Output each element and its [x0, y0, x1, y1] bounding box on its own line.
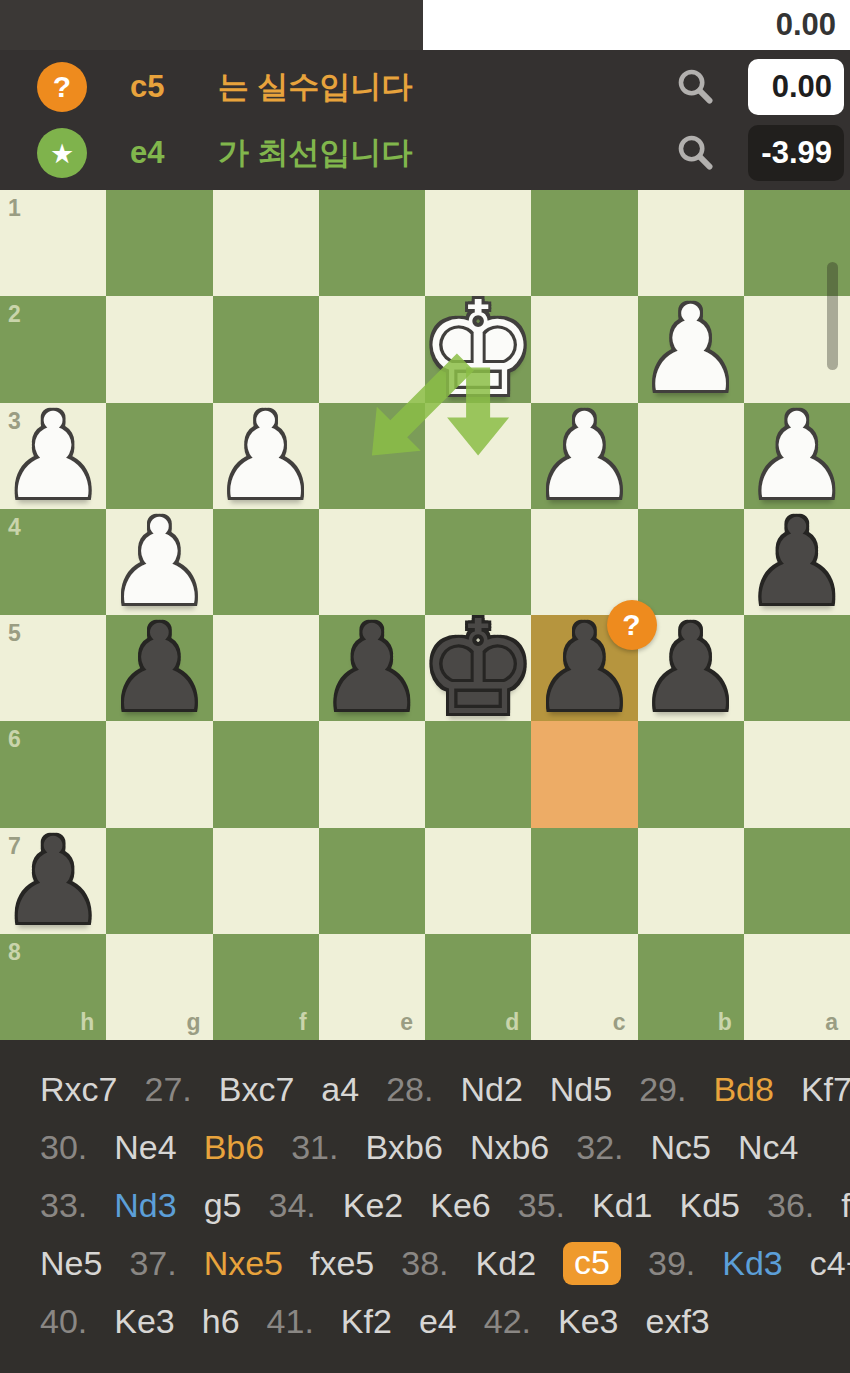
move-number: 36.: [767, 1186, 814, 1225]
rank-label-5: 5: [8, 622, 21, 645]
mistake-move-label: c5: [130, 69, 164, 105]
move-token-Kf2[interactable]: Kf2: [341, 1302, 392, 1341]
square-d5[interactable]: ♚: [425, 615, 531, 721]
mistake-text: 는 실수입니다: [218, 66, 413, 108]
square-c2[interactable]: [531, 296, 637, 402]
move-token-Nxe5[interactable]: Nxe5: [204, 1244, 283, 1283]
square-a3[interactable]: ♟: [744, 403, 850, 509]
rank-label-8: 8: [8, 941, 21, 964]
move-token-Bb6[interactable]: Bb6: [204, 1128, 265, 1167]
square-e1[interactable]: [319, 190, 425, 296]
square-d8[interactable]: d: [425, 934, 531, 1040]
square-e7[interactable]: [319, 828, 425, 934]
square-g2[interactable]: [106, 296, 212, 402]
square-e5[interactable]: ♟: [319, 615, 425, 721]
best-move-label: e4: [130, 135, 164, 171]
square-f2[interactable]: [213, 296, 319, 402]
file-label-c: c: [613, 1011, 626, 1034]
white-pawn-g4[interactable]: ♟: [106, 509, 212, 615]
square-h2[interactable]: 2: [0, 296, 106, 402]
analysis-row-best: ★ e4 가 최선입니다 -3.99: [0, 124, 850, 182]
square-a8[interactable]: a: [744, 934, 850, 1040]
move-token-Nd3[interactable]: Nd3: [114, 1186, 176, 1225]
move-token-e4[interactable]: e4: [419, 1302, 457, 1341]
analysis-row-mistake: ? c5 는 실수입니다 0.00: [0, 58, 850, 116]
square-b1[interactable]: [638, 190, 744, 296]
white-pawn-a3[interactable]: ♟: [744, 403, 850, 509]
move-list-line-3: 33.Nd3g534.Ke2Ke635.Kd1Kd536.f3: [40, 1176, 830, 1234]
move-token-c4+[interactable]: c4+: [810, 1244, 850, 1283]
move-token-Kd2[interactable]: Kd2: [476, 1244, 537, 1283]
square-e4[interactable]: [319, 509, 425, 615]
square-a7[interactable]: [744, 828, 850, 934]
square-g3[interactable]: [106, 403, 212, 509]
square-c7[interactable]: [531, 828, 637, 934]
board-grid: 12♚♟3♟♟♟♟4♟♟5♟♟♚♟♟67♟8hgfedcba: [0, 190, 850, 1040]
file-label-g: g: [186, 1011, 200, 1034]
square-c3[interactable]: ♟: [531, 403, 637, 509]
move-token-c5[interactable]: c5: [563, 1242, 621, 1285]
square-e3[interactable]: [319, 403, 425, 509]
square-h7[interactable]: 7♟: [0, 828, 106, 934]
move-token-Kf7[interactable]: Kf7: [801, 1070, 850, 1109]
black-pawn-g5[interactable]: ♟: [106, 615, 212, 721]
rank-label-6: 6: [8, 728, 21, 751]
move-list-line-5: 40.Ke3h641.Kf2e442.Ke3exf3: [40, 1292, 830, 1350]
mistake-eval-box[interactable]: 0.00: [748, 59, 844, 115]
mistake-square-badge: ?: [607, 600, 657, 650]
analysis-panel: ? c5 는 실수입니다 0.00 ★ e4 가 최선입니다 -3.99: [0, 50, 850, 190]
square-g6[interactable]: [106, 721, 212, 827]
move-token-g5[interactable]: g5: [204, 1186, 242, 1225]
square-e6[interactable]: [319, 721, 425, 827]
square-g8[interactable]: g: [106, 934, 212, 1040]
rank-label-4: 4: [8, 516, 21, 539]
move-token-Nc5[interactable]: Nc5: [651, 1128, 711, 1167]
square-f5[interactable]: [213, 615, 319, 721]
move-token-exf3[interactable]: exf3: [646, 1302, 710, 1341]
move-token-Bd8[interactable]: Bd8: [713, 1070, 774, 1109]
move-token-Nc4[interactable]: Nc4: [738, 1128, 798, 1167]
square-a5[interactable]: [744, 615, 850, 721]
square-g1[interactable]: [106, 190, 212, 296]
square-f7[interactable]: [213, 828, 319, 934]
move-token-Kd1[interactable]: Kd1: [592, 1186, 653, 1225]
best-move-text: 가 최선입니다: [218, 132, 413, 174]
move-list-line-2: 30.Ne4Bb631.Bxb6Nxb632.Nc5Nc4: [40, 1118, 830, 1176]
magnifier-icon[interactable]: [674, 131, 718, 175]
square-a4[interactable]: ♟: [744, 509, 850, 615]
square-b2[interactable]: ♟: [638, 296, 744, 402]
move-number: 37.: [129, 1244, 176, 1283]
move-token-Ke6[interactable]: Ke6: [430, 1186, 491, 1225]
square-a6[interactable]: [744, 721, 850, 827]
black-king-d5[interactable]: ♚: [425, 615, 531, 721]
square-e8[interactable]: e: [319, 934, 425, 1040]
move-number: 32.: [576, 1128, 623, 1167]
file-label-a: a: [825, 1011, 838, 1034]
move-token-f3[interactable]: f3: [841, 1186, 850, 1225]
move-number: 42.: [484, 1302, 531, 1341]
file-label-e: e: [400, 1011, 413, 1034]
move-token-Nd2[interactable]: Nd2: [460, 1070, 522, 1109]
move-token-a4[interactable]: a4: [321, 1070, 359, 1109]
board-scrollbar[interactable]: [827, 262, 838, 370]
move-number: 30.: [40, 1128, 87, 1167]
square-c4[interactable]: [531, 509, 637, 615]
white-pawn-b2[interactable]: ♟: [638, 296, 744, 402]
move-token-Kd3[interactable]: Kd3: [722, 1244, 783, 1283]
square-f1[interactable]: [213, 190, 319, 296]
move-number: 34.: [268, 1186, 315, 1225]
move-number: 28.: [386, 1070, 433, 1109]
square-f8[interactable]: f: [213, 934, 319, 1040]
square-g7[interactable]: [106, 828, 212, 934]
move-list-line-4: Ne537.Nxe5fxe538.Kd2c539.Kd3c4+: [40, 1234, 830, 1292]
square-g4[interactable]: ♟: [106, 509, 212, 615]
move-number: 40.: [40, 1302, 87, 1341]
move-token-Bxc7[interactable]: Bxc7: [219, 1070, 295, 1109]
move-token-Bxb6[interactable]: Bxb6: [365, 1128, 443, 1167]
white-pawn-f3[interactable]: ♟: [213, 403, 319, 509]
move-number: 31.: [291, 1128, 338, 1167]
chess-analysis-app: 0.00 ? c5 는 실수입니다 0.00 ★ e4 가 최선입니다 -3.9…: [0, 0, 850, 1373]
best-eval-box[interactable]: -3.99: [748, 125, 844, 181]
square-b4[interactable]: [638, 509, 744, 615]
file-label-f: f: [299, 1011, 307, 1034]
square-b7[interactable]: [638, 828, 744, 934]
square-d6[interactable]: [425, 721, 531, 827]
square-d4[interactable]: [425, 509, 531, 615]
square-f3[interactable]: ♟: [213, 403, 319, 509]
square-b3[interactable]: [638, 403, 744, 509]
move-token-Ke3[interactable]: Ke3: [114, 1302, 175, 1341]
square-c1[interactable]: [531, 190, 637, 296]
evaluation-bar[interactable]: 0.00: [0, 0, 850, 50]
white-king-d2[interactable]: ♚: [425, 296, 531, 402]
white-pawn-c3[interactable]: ♟: [531, 403, 637, 509]
mistake-icon: ?: [37, 62, 87, 112]
move-list-line-1: Rxc727.Bxc7a428.Nd2Nd529.Bd8Kf7: [40, 1060, 830, 1118]
square-d7[interactable]: [425, 828, 531, 934]
square-h8[interactable]: 8h: [0, 934, 106, 1040]
square-d3[interactable]: [425, 403, 531, 509]
square-h5[interactable]: 5: [0, 615, 106, 721]
move-token-Ke3[interactable]: Ke3: [558, 1302, 619, 1341]
black-pawn-a4[interactable]: ♟: [744, 509, 850, 615]
magnifier-icon[interactable]: [674, 65, 718, 109]
square-f4[interactable]: [213, 509, 319, 615]
move-token-Ne5[interactable]: Ne5: [40, 1244, 102, 1283]
move-number: 29.: [639, 1070, 686, 1109]
square-e2[interactable]: [319, 296, 425, 402]
black-pawn-e5[interactable]: ♟: [319, 615, 425, 721]
square-c6[interactable]: [531, 721, 637, 827]
square-h4[interactable]: 4: [0, 509, 106, 615]
square-c8[interactable]: c: [531, 934, 637, 1040]
square-b8[interactable]: b: [638, 934, 744, 1040]
best-move-star-icon: ★: [37, 128, 87, 178]
move-token-h6[interactable]: h6: [202, 1302, 240, 1341]
move-number: 35.: [518, 1186, 565, 1225]
file-label-b: b: [718, 1011, 732, 1034]
move-token-Rxc7[interactable]: Rxc7: [40, 1070, 117, 1109]
move-token-Nd5[interactable]: Nd5: [550, 1070, 612, 1109]
move-number: 41.: [267, 1302, 314, 1341]
move-number: 38.: [401, 1244, 448, 1283]
square-d2[interactable]: ♚: [425, 296, 531, 402]
evaluation-bar-black-portion: [0, 0, 423, 52]
square-f6[interactable]: [213, 721, 319, 827]
move-list: Rxc727.Bxc7a428.Nd2Nd529.Bd8Kf730.Ne4Bb6…: [0, 1040, 850, 1373]
move-token-Ne4[interactable]: Ne4: [114, 1128, 176, 1167]
square-g5[interactable]: ♟: [106, 615, 212, 721]
rank-label-3: 3: [8, 410, 21, 433]
move-number: 27.: [144, 1070, 191, 1109]
rank-label-2: 2: [8, 303, 21, 326]
square-h3[interactable]: 3♟: [0, 403, 106, 509]
square-d1[interactable]: [425, 190, 531, 296]
move-token-Kd5[interactable]: Kd5: [680, 1186, 741, 1225]
evaluation-score: 0.00: [776, 0, 836, 50]
square-b6[interactable]: [638, 721, 744, 827]
move-token-fxe5[interactable]: fxe5: [310, 1244, 374, 1283]
square-h1[interactable]: 1: [0, 190, 106, 296]
file-label-h: h: [80, 1011, 94, 1034]
rank-label-7: 7: [8, 835, 21, 858]
move-number: 39.: [648, 1244, 695, 1283]
chess-board: 12♚♟3♟♟♟♟4♟♟5♟♟♚♟♟67♟8hgfedcba ?: [0, 190, 850, 1040]
move-number: 33.: [40, 1186, 87, 1225]
move-token-Ke2[interactable]: Ke2: [343, 1186, 404, 1225]
square-h6[interactable]: 6: [0, 721, 106, 827]
rank-label-1: 1: [8, 197, 21, 220]
file-label-d: d: [505, 1011, 519, 1034]
move-token-Nxb6[interactable]: Nxb6: [470, 1128, 549, 1167]
